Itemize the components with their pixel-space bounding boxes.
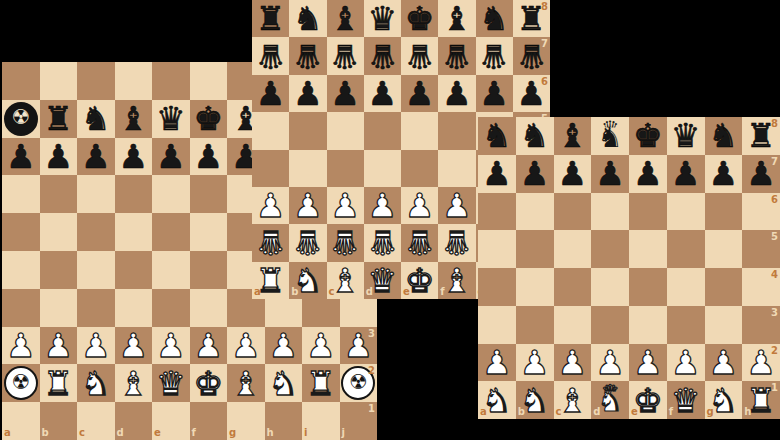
square-g8[interactable]: ♞ xyxy=(476,0,513,37)
black-grasshopper[interactable]: ♛ xyxy=(405,40,435,73)
white-queen[interactable]: ♛ xyxy=(156,367,186,400)
black-queen[interactable]: ♛ xyxy=(671,119,701,152)
square-e7[interactable]: ♟ xyxy=(629,155,667,193)
black-pawn[interactable]: ♟ xyxy=(293,77,323,110)
square-c2[interactable]: ♛ xyxy=(327,224,364,261)
black-grasshopper[interactable]: ♛ xyxy=(368,40,398,73)
black-pawn[interactable]: ♟ xyxy=(479,77,509,110)
square-f10[interactable] xyxy=(190,62,228,100)
square-h2[interactable]: ♟2 xyxy=(742,344,780,382)
square-d4[interactable] xyxy=(364,150,401,187)
white-pawn[interactable]: ♟ xyxy=(343,329,373,362)
square-j1[interactable]: j1 xyxy=(340,402,378,440)
black-pawn[interactable]: ♟ xyxy=(709,157,739,190)
square-c6[interactable] xyxy=(77,213,115,251)
black-rook[interactable]: ♜ xyxy=(746,119,776,152)
white-pawn[interactable]: ♟ xyxy=(558,346,588,379)
square-b2[interactable]: ♜ xyxy=(40,364,78,402)
square-f2[interactable]: ♚ xyxy=(190,364,228,402)
square-f7[interactable] xyxy=(190,175,228,213)
white-rook[interactable]: ♜ xyxy=(43,367,73,400)
white-rook[interactable]: ♜ xyxy=(746,384,776,417)
square-a6[interactable] xyxy=(478,193,516,231)
square-i2[interactable]: ♜ xyxy=(302,364,340,402)
black-grasshopper[interactable]: ♛ xyxy=(256,40,286,73)
square-a2[interactable]: ♟ xyxy=(478,344,516,382)
square-e1[interactable]: ♚e xyxy=(401,262,438,299)
black-knight[interactable]: ♞ xyxy=(81,102,111,135)
square-b7[interactable]: ♛ xyxy=(289,37,326,74)
square-e4[interactable] xyxy=(629,268,667,306)
square-g7[interactable]: ♟ xyxy=(705,155,743,193)
white-pawn[interactable]: ♟ xyxy=(595,346,625,379)
square-d7[interactable]: ♛ xyxy=(364,37,401,74)
square-f6[interactable] xyxy=(667,193,705,231)
square-f7[interactable]: ♟ xyxy=(667,155,705,193)
white-bishop[interactable]: ♝ xyxy=(330,264,360,297)
square-h1[interactable]: ♜h1 xyxy=(742,381,780,419)
square-h4[interactable]: 4 xyxy=(742,268,780,306)
black-pawn[interactable]: ♟ xyxy=(520,157,550,190)
square-f9[interactable]: ♚ xyxy=(190,100,228,138)
square-a1[interactable]: ♜a xyxy=(252,262,289,299)
square-b4[interactable] xyxy=(40,289,78,327)
square-e3[interactable] xyxy=(629,306,667,344)
square-e1[interactable]: ♚e xyxy=(629,381,667,419)
square-c3[interactable]: ♟ xyxy=(327,187,364,224)
square-e10[interactable] xyxy=(152,62,190,100)
white-rook[interactable]: ♜ xyxy=(306,367,336,400)
black-knight[interactable]: ♞ xyxy=(482,119,512,152)
square-d8[interactable]: ♟ xyxy=(115,138,153,176)
square-b7[interactable] xyxy=(40,175,78,213)
square-b8[interactable]: ♟ xyxy=(40,138,78,176)
square-a8[interactable]: ♟ xyxy=(2,138,40,176)
square-e2[interactable]: ♛ xyxy=(152,364,190,402)
square-a1[interactable]: a xyxy=(2,402,40,440)
black-king[interactable]: ♚ xyxy=(633,119,663,152)
white-pawn[interactable]: ♟ xyxy=(293,189,323,222)
square-b5[interactable] xyxy=(40,251,78,289)
square-d2[interactable]: ♛ xyxy=(364,224,401,261)
square-a7[interactable] xyxy=(2,175,40,213)
square-c6[interactable] xyxy=(554,193,592,231)
black-bishop[interactable]: ♝ xyxy=(558,119,588,152)
square-c6[interactable]: ♟ xyxy=(327,75,364,112)
square-d1[interactable]: d xyxy=(115,402,153,440)
square-g4[interactable] xyxy=(705,268,743,306)
square-a3[interactable]: ♟ xyxy=(2,327,40,365)
file-label-d: d xyxy=(117,428,124,438)
black-pawn[interactable]: ♟ xyxy=(595,157,625,190)
white-knight[interactable]: ♞ xyxy=(81,367,111,400)
square-a8[interactable]: ♞ xyxy=(478,117,516,155)
square-a6[interactable] xyxy=(2,213,40,251)
square-d6[interactable] xyxy=(115,213,153,251)
white-pawn[interactable]: ♟ xyxy=(231,329,261,362)
black-queen[interactable]: ♛ xyxy=(156,102,186,135)
square-d3[interactable]: ♟ xyxy=(115,327,153,365)
square-d9[interactable]: ♝ xyxy=(115,100,153,138)
square-d1[interactable]: ♛♞d xyxy=(591,381,629,419)
square-a2[interactable]: ☢ xyxy=(2,364,40,402)
square-d6[interactable] xyxy=(591,193,629,231)
square-e4[interactable] xyxy=(152,289,190,327)
black-pawn[interactable]: ♟ xyxy=(6,140,36,173)
white-pawn[interactable]: ♟ xyxy=(306,329,336,362)
white-bishop[interactable]: ♝ xyxy=(442,264,472,297)
white-pawn[interactable]: ♟ xyxy=(368,189,398,222)
square-d6[interactable]: ♟ xyxy=(364,75,401,112)
square-e7[interactable]: ♛ xyxy=(401,37,438,74)
black-queen[interactable]: ♛ xyxy=(368,2,398,35)
white-bishop[interactable]: ♝ xyxy=(231,367,261,400)
square-e3[interactable]: ♟ xyxy=(152,327,190,365)
square-d1[interactable]: ♛d xyxy=(364,262,401,299)
square-f2[interactable]: ♟ xyxy=(667,344,705,382)
white-bishop[interactable]: ♝ xyxy=(118,367,148,400)
square-c7[interactable]: ♟ xyxy=(554,155,592,193)
square-f2[interactable]: ♛ xyxy=(438,224,475,261)
square-h6[interactable]: 6 xyxy=(742,193,780,231)
square-h7[interactable]: ♛7 xyxy=(513,37,550,74)
white-king[interactable]: ♚ xyxy=(633,384,663,417)
white-nuke-piece[interactable]: ☢ xyxy=(4,366,38,400)
black-pawn[interactable]: ♟ xyxy=(517,77,547,110)
black-grasshopper[interactable]: ♛ xyxy=(442,40,472,73)
square-c2[interactable]: ♞ xyxy=(77,364,115,402)
square-e5[interactable] xyxy=(401,112,438,149)
square-e8[interactable]: ♟ xyxy=(152,138,190,176)
square-f8[interactable]: ♟ xyxy=(190,138,228,176)
square-b1[interactable]: ♞b xyxy=(516,381,554,419)
square-g3[interactable] xyxy=(705,306,743,344)
square-h7[interactable]: ♟7 xyxy=(742,155,780,193)
square-c3[interactable]: ♟ xyxy=(77,327,115,365)
square-a4[interactable] xyxy=(2,289,40,327)
square-c5[interactable] xyxy=(554,230,592,268)
square-f5[interactable] xyxy=(190,251,228,289)
square-g6[interactable]: ♟ xyxy=(476,75,513,112)
white-rook[interactable]: ♜ xyxy=(256,264,286,297)
square-d7[interactable]: ♟ xyxy=(591,155,629,193)
square-e8[interactable]: ♚ xyxy=(401,0,438,37)
white-grasshopper[interactable]: ♛ xyxy=(330,226,360,259)
square-d7[interactable] xyxy=(115,175,153,213)
white-bishop[interactable]: ♝ xyxy=(558,384,588,417)
black-pawn[interactable]: ♟ xyxy=(256,77,286,110)
black-bishop[interactable]: ♝ xyxy=(442,2,472,35)
square-g3[interactable]: ♟ xyxy=(227,327,265,365)
file-label-j: j xyxy=(342,428,345,438)
square-g6[interactable] xyxy=(705,193,743,231)
square-d8[interactable]: ♛ xyxy=(364,0,401,37)
square-c8[interactable]: ♟ xyxy=(77,138,115,176)
white-queen[interactable]: ♛ xyxy=(368,264,398,297)
square-e4[interactable] xyxy=(401,150,438,187)
square-b4[interactable] xyxy=(516,268,554,306)
square-c10[interactable] xyxy=(77,62,115,100)
black-knight[interactable]: ♞ xyxy=(709,119,739,152)
black-amazon[interactable]: ♛♞ xyxy=(591,117,629,155)
square-a3[interactable]: ♟ xyxy=(252,187,289,224)
black-knight[interactable]: ♞ xyxy=(520,119,550,152)
square-g2[interactable]: ♝ xyxy=(227,364,265,402)
black-pawn[interactable]: ♟ xyxy=(746,157,776,190)
white-pawn[interactable]: ♟ xyxy=(671,346,701,379)
square-d8[interactable]: ♛♞ xyxy=(591,117,629,155)
black-pawn[interactable]: ♟ xyxy=(442,77,472,110)
square-d2[interactable]: ♝ xyxy=(115,364,153,402)
square-h2[interactable]: ♞ xyxy=(265,364,303,402)
square-a1[interactable]: ♞a xyxy=(478,381,516,419)
square-e8[interactable]: ♚ xyxy=(629,117,667,155)
square-f8[interactable]: ♛ xyxy=(667,117,705,155)
black-pawn[interactable]: ♟ xyxy=(368,77,398,110)
square-d5[interactable] xyxy=(115,251,153,289)
square-h8[interactable]: ♜8 xyxy=(513,0,550,37)
square-f1[interactable]: ♝f xyxy=(438,262,475,299)
white-pawn[interactable]: ♟ xyxy=(6,329,36,362)
square-a5[interactable] xyxy=(2,251,40,289)
square-d10[interactable] xyxy=(115,62,153,100)
square-f3[interactable]: ♟ xyxy=(190,327,228,365)
square-e1[interactable]: e xyxy=(152,402,190,440)
square-c3[interactable] xyxy=(554,306,592,344)
square-c1[interactable]: ♝c xyxy=(554,381,592,419)
square-b1[interactable]: ♞b xyxy=(289,262,326,299)
square-f3[interactable] xyxy=(667,306,705,344)
square-a7[interactable]: ♟ xyxy=(478,155,516,193)
square-f5[interactable] xyxy=(667,230,705,268)
black-king[interactable]: ♚ xyxy=(193,102,223,135)
square-i3[interactable]: ♟ xyxy=(302,327,340,365)
square-e6[interactable] xyxy=(152,213,190,251)
square-j2[interactable]: ☢2 xyxy=(340,364,378,402)
white-king[interactable]: ♚ xyxy=(405,264,435,297)
square-e2[interactable]: ♟ xyxy=(629,344,667,382)
black-pawn[interactable]: ♟ xyxy=(81,140,111,173)
square-h3[interactable]: 3 xyxy=(742,306,780,344)
square-g8[interactable]: ♞ xyxy=(705,117,743,155)
square-c5[interactable] xyxy=(327,112,364,149)
square-b3[interactable] xyxy=(516,306,554,344)
square-c8[interactable]: ♝ xyxy=(554,117,592,155)
square-c4[interactable] xyxy=(77,289,115,327)
square-h5[interactable]: 5 xyxy=(742,230,780,268)
square-e9[interactable]: ♛ xyxy=(152,100,190,138)
square-c7[interactable] xyxy=(77,175,115,213)
square-b3[interactable]: ♟ xyxy=(40,327,78,365)
square-b2[interactable]: ♟ xyxy=(516,344,554,382)
square-a10[interactable] xyxy=(2,62,40,100)
square-c5[interactable] xyxy=(77,251,115,289)
square-h8[interactable]: ♜8 xyxy=(742,117,780,155)
square-f6[interactable]: ♟ xyxy=(438,75,475,112)
black-bishop[interactable]: ♝ xyxy=(330,2,360,35)
black-pawn[interactable]: ♟ xyxy=(405,77,435,110)
black-pawn[interactable]: ♟ xyxy=(671,157,701,190)
white-pawn[interactable]: ♟ xyxy=(746,346,776,379)
square-a2[interactable]: ♛ xyxy=(252,224,289,261)
square-b10[interactable] xyxy=(40,62,78,100)
square-e5[interactable] xyxy=(629,230,667,268)
black-pawn[interactable]: ♟ xyxy=(43,140,73,173)
square-e7[interactable] xyxy=(152,175,190,213)
white-amazon[interactable]: ♛♞ xyxy=(591,381,629,419)
black-rook[interactable]: ♜ xyxy=(517,2,547,35)
square-c9[interactable]: ♞ xyxy=(77,100,115,138)
black-rook[interactable]: ♜ xyxy=(43,102,73,135)
square-b6[interactable] xyxy=(40,213,78,251)
square-d5[interactable] xyxy=(591,230,629,268)
square-f3[interactable]: ♟ xyxy=(438,187,475,224)
square-h1[interactable]: h xyxy=(265,402,303,440)
board-right-amazon: ♞♞♝♛♞♚♛♞♜8♟♟♟♟♟♟♟♟76543♟♟♟♟♟♟♟♟2♞a♞b♝c♛♞… xyxy=(478,117,780,419)
square-f4[interactable] xyxy=(438,150,475,187)
square-a4[interactable] xyxy=(478,268,516,306)
square-e3[interactable]: ♟ xyxy=(401,187,438,224)
square-g1[interactable]: g xyxy=(227,402,265,440)
white-queen[interactable]: ♛ xyxy=(671,384,701,417)
square-e5[interactable] xyxy=(152,251,190,289)
square-c1[interactable]: ♝c xyxy=(327,262,364,299)
black-pawn[interactable]: ♟ xyxy=(330,77,360,110)
white-pawn[interactable]: ♟ xyxy=(405,189,435,222)
square-h6[interactable]: ♟6 xyxy=(513,75,550,112)
black-grasshopper[interactable]: ♛ xyxy=(330,40,360,73)
square-a4[interactable] xyxy=(252,150,289,187)
square-c4[interactable] xyxy=(554,268,592,306)
black-pawn[interactable]: ♟ xyxy=(558,157,588,190)
square-b8[interactable]: ♞ xyxy=(289,0,326,37)
black-nuke-piece[interactable]: ☢ xyxy=(4,102,38,136)
white-knight[interactable]: ♞ xyxy=(709,384,739,417)
white-grasshopper[interactable]: ♛ xyxy=(442,226,472,259)
square-a5[interactable] xyxy=(252,112,289,149)
white-pawn[interactable]: ♟ xyxy=(709,346,739,379)
white-knight[interactable]: ♞ xyxy=(482,384,512,417)
square-c4[interactable] xyxy=(327,150,364,187)
white-knight[interactable]: ♞ xyxy=(268,367,298,400)
black-knight[interactable]: ♞ xyxy=(479,2,509,35)
square-f4[interactable] xyxy=(667,268,705,306)
square-c8[interactable]: ♝ xyxy=(327,0,364,37)
square-d3[interactable]: ♟ xyxy=(364,187,401,224)
square-a7[interactable]: ♛ xyxy=(252,37,289,74)
square-f5[interactable] xyxy=(438,112,475,149)
square-c1[interactable]: c xyxy=(77,402,115,440)
black-pawn[interactable]: ♟ xyxy=(482,157,512,190)
square-g5[interactable] xyxy=(705,230,743,268)
square-b5[interactable] xyxy=(289,112,326,149)
white-king[interactable]: ♚ xyxy=(193,367,223,400)
white-knight[interactable]: ♞ xyxy=(293,264,323,297)
black-grasshopper[interactable]: ♛ xyxy=(479,40,509,73)
white-pawn[interactable]: ♟ xyxy=(156,329,186,362)
white-pawn[interactable]: ♟ xyxy=(633,346,663,379)
white-pawn[interactable]: ♟ xyxy=(43,329,73,362)
white-pawn[interactable]: ♟ xyxy=(520,346,550,379)
square-a5[interactable] xyxy=(478,230,516,268)
square-b1[interactable]: b xyxy=(40,402,78,440)
black-pawn[interactable]: ♟ xyxy=(118,140,148,173)
black-rook[interactable]: ♜ xyxy=(256,2,286,35)
black-king[interactable]: ♚ xyxy=(405,2,435,35)
white-grasshopper[interactable]: ♛ xyxy=(405,226,435,259)
black-pawn[interactable]: ♟ xyxy=(193,140,223,173)
square-b7[interactable]: ♟ xyxy=(516,155,554,193)
square-e6[interactable]: ♟ xyxy=(401,75,438,112)
square-a6[interactable]: ♟ xyxy=(252,75,289,112)
black-grasshopper[interactable]: ♛ xyxy=(517,40,547,73)
square-f7[interactable]: ♛ xyxy=(438,37,475,74)
white-pawn[interactable]: ♟ xyxy=(442,189,472,222)
square-b6[interactable] xyxy=(516,193,554,231)
square-d3[interactable] xyxy=(591,306,629,344)
square-a9[interactable]: ☢ xyxy=(2,100,40,138)
square-f1[interactable]: f xyxy=(190,402,228,440)
white-grasshopper[interactable]: ♛ xyxy=(256,226,286,259)
square-i1[interactable]: i xyxy=(302,402,340,440)
square-f1[interactable]: ♛f xyxy=(667,381,705,419)
black-bishop[interactable]: ♝ xyxy=(118,102,148,135)
square-e2[interactable]: ♛ xyxy=(401,224,438,261)
square-f8[interactable]: ♝ xyxy=(438,0,475,37)
square-f6[interactable] xyxy=(190,213,228,251)
white-knight[interactable]: ♞ xyxy=(520,384,550,417)
black-knight[interactable]: ♞ xyxy=(293,2,323,35)
square-b4[interactable] xyxy=(289,150,326,187)
square-e6[interactable] xyxy=(629,193,667,231)
black-pawn[interactable]: ♟ xyxy=(156,140,186,173)
white-pawn[interactable]: ♟ xyxy=(256,189,286,222)
square-c7[interactable]: ♛ xyxy=(327,37,364,74)
knight-icon: ♞ xyxy=(598,124,623,152)
square-b6[interactable]: ♟ xyxy=(289,75,326,112)
square-c2[interactable]: ♟ xyxy=(554,344,592,382)
square-h3[interactable]: ♟ xyxy=(265,327,303,365)
white-pawn[interactable]: ♟ xyxy=(81,329,111,362)
white-pawn[interactable]: ♟ xyxy=(268,329,298,362)
square-b9[interactable]: ♜ xyxy=(40,100,78,138)
black-pawn[interactable]: ♟ xyxy=(633,157,663,190)
square-g1[interactable]: ♞g xyxy=(705,381,743,419)
square-g2[interactable]: ♟ xyxy=(705,344,743,382)
white-pawn[interactable]: ♟ xyxy=(118,329,148,362)
square-b5[interactable] xyxy=(516,230,554,268)
square-a3[interactable] xyxy=(478,306,516,344)
square-b3[interactable]: ♟ xyxy=(289,187,326,224)
black-grasshopper[interactable]: ♛ xyxy=(293,40,323,73)
square-d4[interactable] xyxy=(115,289,153,327)
square-f4[interactable] xyxy=(190,289,228,327)
white-nuke-piece[interactable]: ☢ xyxy=(341,366,375,400)
white-pawn[interactable]: ♟ xyxy=(330,189,360,222)
square-d5[interactable] xyxy=(364,112,401,149)
square-b2[interactable]: ♛ xyxy=(289,224,326,261)
square-j3[interactable]: ♟3 xyxy=(340,327,378,365)
square-d4[interactable] xyxy=(591,268,629,306)
square-d2[interactable]: ♟ xyxy=(591,344,629,382)
square-b8[interactable]: ♞ xyxy=(516,117,554,155)
square-g7[interactable]: ♛ xyxy=(476,37,513,74)
white-pawn[interactable]: ♟ xyxy=(482,346,512,379)
white-grasshopper[interactable]: ♛ xyxy=(368,226,398,259)
white-grasshopper[interactable]: ♛ xyxy=(293,226,323,259)
square-a8[interactable]: ♜ xyxy=(252,0,289,37)
white-pawn[interactable]: ♟ xyxy=(193,329,223,362)
